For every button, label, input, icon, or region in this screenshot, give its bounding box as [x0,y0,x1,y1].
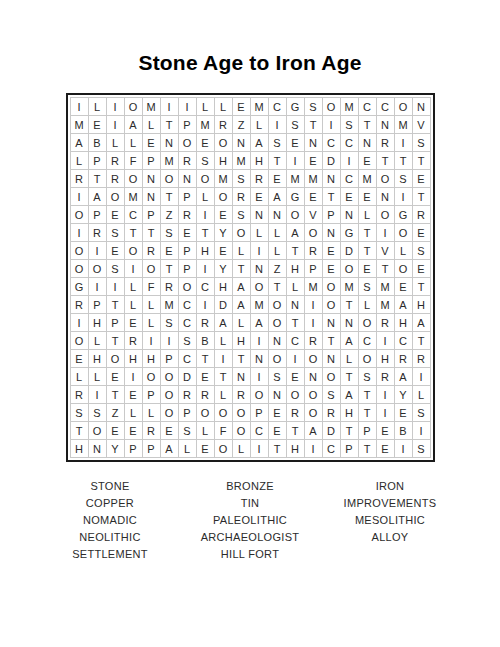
grid-cell-r9c20: S [413,242,430,259]
grid-cell-r6c3: O [107,188,124,205]
grid-cell-r20c19: I [395,440,412,457]
grid-cell-r3c16: C [341,134,358,151]
grid-cell-r1c15: O [323,98,340,115]
worksheet-page: Stone Age to Iron Age ILIOMIILLEMCGSOMCC… [0,0,500,647]
grid-cell-r13c17: O [359,314,376,331]
grid-cell-r1c18: C [377,98,394,115]
grid-cell-r5c12: E [269,170,286,187]
grid-cell-r19c3: E [107,422,124,439]
grid-cell-r3c1: A [71,134,88,151]
word-item: NOMADIC [40,512,180,529]
grid-cell-r15c17: O [359,350,376,367]
grid-cell-r15c2: H [89,350,106,367]
grid-cell-r17c10: R [233,386,250,403]
grid-cell-r11c16: M [341,278,358,295]
grid-cell-r6c7: P [179,188,196,205]
grid-cell-r7c3: E [107,206,124,223]
grid-cell-r7c8: I [197,206,214,223]
grid-cell-r20c5: P [143,440,160,457]
grid-cell-r3c17: N [359,134,376,151]
grid-cell-r2c12: I [269,116,286,133]
grid-cell-r16c9: T [215,368,232,385]
grid-cell-r2c3: I [107,116,124,133]
grid-cell-r4c16: I [341,152,358,169]
grid-cell-r9c8: H [197,242,214,259]
grid-cell-r18c15: R [323,404,340,421]
grid-cell-r15c11: N [251,350,268,367]
grid-cell-r18c17: T [359,404,376,421]
grid-cell-r16c16: T [341,368,358,385]
grid-cell-r2c17: T [359,116,376,133]
grid-cell-r6c17: E [359,188,376,205]
grid-cell-r5c8: O [197,170,214,187]
grid-cell-r18c2: S [89,404,106,421]
grid-cell-r10c8: I [197,260,214,277]
grid-cell-r14c5: I [143,332,160,349]
grid-cell-r7c16: N [341,206,358,223]
grid-cell-r7c9: E [215,206,232,223]
grid-cell-r18c16: H [341,404,358,421]
grid-cell-r14c20: T [413,332,430,349]
grid-cell-r4c4: F [125,152,142,169]
grid-cell-r16c1: L [71,368,88,385]
grid-cell-r1c12: C [269,98,286,115]
grid-cell-r8c16: G [341,224,358,241]
grid-cell-r6c14: E [305,188,322,205]
word-item: ALLOY [320,529,460,546]
grid-cell-r15c4: H [125,350,142,367]
grid-cell-r17c1: R [71,386,88,403]
grid-cell-r20c10: L [233,440,250,457]
grid-cell-r18c18: I [377,404,394,421]
grid-cell-r6c2: A [89,188,106,205]
grid-cell-r3c7: O [179,134,196,151]
grid-cell-r11c18: M [377,278,394,295]
grid-cell-r4c15: D [323,152,340,169]
grid-cell-r1c11: M [251,98,268,115]
grid-cell-r19c16: T [341,422,358,439]
grid-cell-r19c2: O [89,422,106,439]
grid-cell-r7c18: O [377,206,394,223]
grid-cell-r9c15: E [323,242,340,259]
grid-cell-r14c1: O [71,332,88,349]
grid-cell-r8c11: L [251,224,268,241]
grid-cell-r4c3: R [107,152,124,169]
grid-cell-r10c10: T [233,260,250,277]
grid-cell-r8c6: S [161,224,178,241]
grid-cell-r12c15: O [323,296,340,313]
grid-cell-r2c15: I [323,116,340,133]
grid-cell-r13c18: R [377,314,394,331]
grid-cell-r18c1: S [71,404,88,421]
grid-cell-r12c7: C [179,296,196,313]
grid-cell-r1c7: I [179,98,196,115]
grid-cell-r3c2: B [89,134,106,151]
grid-cell-r17c13: O [287,386,304,403]
grid-cell-r7c2: P [89,206,106,223]
grid-cell-r9c6: E [161,242,178,259]
grid-cell-r8c19: O [395,224,412,241]
word-list: STONECOPPERNOMADICNEOLITHICSETTLEMENTBRO… [40,478,460,563]
grid-cell-r13c1: I [71,314,88,331]
grid-cell-r9c4: O [125,242,142,259]
grid-cell-r6c13: G [287,188,304,205]
grid-cell-r13c13: T [287,314,304,331]
grid-cell-r15c16: L [341,350,358,367]
grid-cell-r16c8: E [197,368,214,385]
grid-cell-r1c8: L [197,98,214,115]
grid-cell-r5c20: E [413,170,430,187]
grid-cell-r1c19: O [395,98,412,115]
grid-cell-r15c18: H [377,350,394,367]
grid-cell-r17c14: O [305,386,322,403]
word-item: SETTLEMENT [40,546,180,563]
grid-cell-r11c19: E [395,278,412,295]
grid-cell-r11c1: G [71,278,88,295]
grid-cell-r17c2: I [89,386,106,403]
grid-cell-r3c12: S [269,134,286,151]
grid-cell-r14c11: I [251,332,268,349]
grid-cell-r3c8: E [197,134,214,151]
grid-cell-r11c3: I [107,278,124,295]
grid-cell-r3c4: L [125,134,142,151]
grid-cell-r2c13: S [287,116,304,133]
grid-cell-r17c16: A [341,386,358,403]
grid-cell-r5c11: R [251,170,268,187]
grid-cell-r18c19: E [395,404,412,421]
grid-cell-r12c3: T [107,296,124,313]
grid-cell-r1c10: E [233,98,250,115]
grid-cell-r6c20: T [413,188,430,205]
grid-cell-r6c1: I [71,188,88,205]
grid-cell-r3c19: I [395,134,412,151]
grid-cell-r8c1: I [71,224,88,241]
grid-cell-r2c9: R [215,116,232,133]
grid-cell-r15c10: T [233,350,250,367]
word-item: COPPER [40,495,180,512]
grid-cell-r1c20: N [413,98,430,115]
grid-cell-r1c14: S [305,98,322,115]
grid-cell-r10c2: O [89,260,106,277]
grid-cell-r15c20: R [413,350,430,367]
grid-cell-r19c20: I [413,422,430,439]
grid-cell-r18c10: O [233,404,250,421]
grid-cell-r19c7: S [179,422,196,439]
grid-cell-r18c14: O [305,404,322,421]
grid-cell-r20c2: N [89,440,106,457]
grid-cell-r16c12: S [269,368,286,385]
grid-cell-r3c20: S [413,134,430,151]
grid-cell-r9c2: I [89,242,106,259]
grid-cell-r13c14: I [305,314,322,331]
grid-cell-r7c6: Z [161,206,178,223]
grid-cell-r7c15: P [323,206,340,223]
grid-cell-r19c13: T [287,422,304,439]
grid-cell-r2c2: E [89,116,106,133]
word-item: TIN [180,495,320,512]
grid-cell-r14c10: H [233,332,250,349]
grid-cell-r12c2: P [89,296,106,313]
grid-cell-r14c14: R [305,332,322,349]
grid-cell-r20c6: A [161,440,178,457]
grid-cell-r2c10: Z [233,116,250,133]
grid-cell-r15c15: N [323,350,340,367]
grid-cell-r6c6: T [161,188,178,205]
grid-cell-r19c12: E [269,422,286,439]
grid-cell-r1c4: O [125,98,142,115]
grid-cell-r16c2: L [89,368,106,385]
grid-cell-r2c1: M [71,116,88,133]
grid-cell-r18c20: S [413,404,430,421]
grid-cell-r14c13: C [287,332,304,349]
grid-cell-r13c8: R [197,314,214,331]
grid-cell-r16c10: N [233,368,250,385]
grid-cell-r15c12: O [269,350,286,367]
grid-cell-r14c4: R [125,332,142,349]
grid-cell-r20c4: P [125,440,142,457]
grid-cell-r5c5: N [143,170,160,187]
grid-cell-r5c16: C [341,170,358,187]
grid-cell-r20c8: E [197,440,214,457]
grid-cell-r16c4: I [125,368,142,385]
grid-cell-r12c8: I [197,296,214,313]
grid-cell-r9c5: R [143,242,160,259]
grid-cell-r4c10: M [233,152,250,169]
grid-cell-r13c10: L [233,314,250,331]
grid-cell-r12c6: M [161,296,178,313]
grid-cell-r16c5: O [143,368,160,385]
grid-cell-r14c16: A [341,332,358,349]
word-item: IRON [320,478,460,495]
grid-cell-r6c8: L [197,188,214,205]
grid-cell-r13c20: A [413,314,430,331]
grid-cell-r12c13: N [287,296,304,313]
grid-cell-r13c19: H [395,314,412,331]
grid-cell-r8c5: T [143,224,160,241]
grid-cell-r9c9: E [215,242,232,259]
grid-cell-r20c17: T [359,440,376,457]
grid-cell-r12c4: L [125,296,142,313]
grid-cell-r17c17: T [359,386,376,403]
grid-cell-r18c11: P [251,404,268,421]
grid-cell-r1c1: I [71,98,88,115]
grid-cell-r11c7: O [179,278,196,295]
grid-cell-r17c12: N [269,386,286,403]
grid-cell-r9c1: O [71,242,88,259]
word-search-board: ILIOMIILLEMCGSOMCCONMEIALTPMRZLISTISTNMV… [66,93,435,462]
grid-cell-r13c4: E [125,314,142,331]
grid-cell-r10c4: I [125,260,142,277]
grid-cell-r11c15: O [323,278,340,295]
grid-cell-r9c12: L [269,242,286,259]
grid-cell-r19c15: D [323,422,340,439]
grid-cell-r5c6: O [161,170,178,187]
grid-cell-r2c6: T [161,116,178,133]
grid-cell-r16c20: I [413,368,430,385]
grid-cell-r8c15: N [323,224,340,241]
letter-grid: ILIOMIILLEMCGSOMCCONMEIALTPMRZLISTISTNMV… [70,97,431,458]
grid-cell-r14c3: T [107,332,124,349]
grid-cell-r13c6: S [161,314,178,331]
grid-cell-r2c14: T [305,116,322,133]
grid-cell-r5c2: T [89,170,106,187]
grid-cell-r8c9: Y [215,224,232,241]
grid-cell-r3c18: R [377,134,394,151]
grid-cell-r3c11: A [251,134,268,151]
grid-cell-r3c10: N [233,134,250,151]
grid-cell-r10c9: Y [215,260,232,277]
grid-cell-r10c17: E [359,260,376,277]
word-list-column-2: BRONZETINPALEOLITHICARCHAEOLOGISTHILL FO… [180,478,320,563]
grid-cell-r20c15: C [323,440,340,457]
grid-cell-r8c12: L [269,224,286,241]
word-item: IMPROVEMENTS [320,495,460,512]
grid-cell-r16c19: A [395,368,412,385]
grid-cell-r12c5: L [143,296,160,313]
grid-cell-r15c1: E [71,350,88,367]
grid-cell-r20c16: P [341,440,358,457]
grid-cell-r15c7: C [179,350,196,367]
grid-cell-r8c18: I [377,224,394,241]
grid-cell-r15c6: P [161,350,178,367]
grid-cell-r12c16: T [341,296,358,313]
grid-cell-r17c8: R [197,386,214,403]
grid-cell-r7c13: O [287,206,304,223]
grid-cell-r1c9: L [215,98,232,115]
grid-cell-r7c17: L [359,206,376,223]
grid-cell-r8c8: T [197,224,214,241]
grid-cell-r13c3: P [107,314,124,331]
grid-cell-r20c13: H [287,440,304,457]
grid-cell-r1c6: I [161,98,178,115]
grid-cell-r12c18: M [377,296,394,313]
grid-cell-r11c5: F [143,278,160,295]
grid-cell-r10c20: E [413,260,430,277]
grid-cell-r9c17: T [359,242,376,259]
grid-cell-r18c8: O [197,404,214,421]
word-item: HILL FORT [180,546,320,563]
grid-cell-r6c15: T [323,188,340,205]
grid-cell-r11c14: M [305,278,322,295]
word-item: NEOLITHIC [40,529,180,546]
grid-cell-r15c5: H [143,350,160,367]
grid-cell-r13c16: N [341,314,358,331]
grid-cell-r7c5: P [143,206,160,223]
grid-cell-r16c7: D [179,368,196,385]
grid-cell-r14c15: T [323,332,340,349]
grid-cell-r11c6: R [161,278,178,295]
grid-cell-r19c18: E [377,422,394,439]
grid-cell-r20c9: O [215,440,232,457]
grid-cell-r18c9: O [215,404,232,421]
grid-cell-r5c14: M [305,170,322,187]
grid-cell-r11c10: A [233,278,250,295]
grid-cell-r12c11: M [251,296,268,313]
grid-cell-r16c15: O [323,368,340,385]
grid-cell-r11c17: S [359,278,376,295]
grid-cell-r12c10: A [233,296,250,313]
grid-cell-r17c15: S [323,386,340,403]
grid-cell-r6c16: E [341,188,358,205]
grid-cell-r6c18: N [377,188,394,205]
grid-cell-r7c4: C [125,206,142,223]
grid-cell-r19c6: E [161,422,178,439]
grid-cell-r10c14: P [305,260,322,277]
grid-cell-r15c8: T [197,350,214,367]
grid-cell-r3c9: O [215,134,232,151]
grid-cell-r6c11: E [251,188,268,205]
grid-cell-r10c6: T [161,260,178,277]
grid-cell-r16c18: R [377,368,394,385]
grid-cell-r19c9: F [215,422,232,439]
grid-cell-r7c11: N [251,206,268,223]
grid-cell-r17c6: O [161,386,178,403]
grid-cell-r2c19: M [395,116,412,133]
grid-cell-r1c16: M [341,98,358,115]
grid-cell-r4c9: H [215,152,232,169]
grid-cell-r2c4: A [125,116,142,133]
grid-cell-r15c19: R [395,350,412,367]
grid-cell-r6c9: O [215,188,232,205]
grid-cell-r15c3: O [107,350,124,367]
grid-cell-r8c3: S [107,224,124,241]
grid-cell-r16c6: O [161,368,178,385]
word-item: STONE [40,478,180,495]
grid-cell-r20c1: H [71,440,88,457]
grid-cell-r12c20: H [413,296,430,313]
grid-cell-r10c11: N [251,260,268,277]
grid-cell-r14c12: N [269,332,286,349]
grid-cell-r9c14: R [305,242,322,259]
word-list-column-3: IRONIMPROVEMENTSMESOLITHICALLOY [320,478,460,563]
word-list-column-1: STONECOPPERNOMADICNEOLITHICSETTLEMENT [40,478,180,563]
grid-cell-r18c4: L [125,404,142,421]
grid-cell-r11c4: L [125,278,142,295]
grid-cell-r17c20: L [413,386,430,403]
grid-cell-r10c15: E [323,260,340,277]
grid-cell-r5c1: R [71,170,88,187]
grid-cell-r9c7: P [179,242,196,259]
grid-cell-r13c5: L [143,314,160,331]
grid-cell-r19c14: A [305,422,322,439]
grid-cell-r2c16: S [341,116,358,133]
grid-cell-r16c17: S [359,368,376,385]
grid-cell-r16c3: E [107,368,124,385]
grid-cell-r11c12: T [269,278,286,295]
grid-cell-r6c19: I [395,188,412,205]
grid-cell-r8c7: E [179,224,196,241]
grid-cell-r7c10: S [233,206,250,223]
grid-cell-r14c18: I [377,332,394,349]
grid-cell-r18c12: E [269,404,286,421]
grid-cell-r2c7: P [179,116,196,133]
grid-cell-r11c2: I [89,278,106,295]
grid-cell-r10c19: O [395,260,412,277]
grid-cell-r10c16: O [341,260,358,277]
grid-cell-r16c11: I [251,368,268,385]
grid-cell-r17c7: R [179,386,196,403]
grid-cell-r12c12: O [269,296,286,313]
grid-cell-r20c7: L [179,440,196,457]
grid-cell-r3c5: E [143,134,160,151]
grid-cell-r5c19: S [395,170,412,187]
grid-cell-r7c19: G [395,206,412,223]
grid-cell-r17c4: E [125,386,142,403]
grid-cell-r8c4: T [125,224,142,241]
grid-cell-r15c13: I [287,350,304,367]
grid-cell-r11c11: O [251,278,268,295]
grid-cell-r5c15: N [323,170,340,187]
